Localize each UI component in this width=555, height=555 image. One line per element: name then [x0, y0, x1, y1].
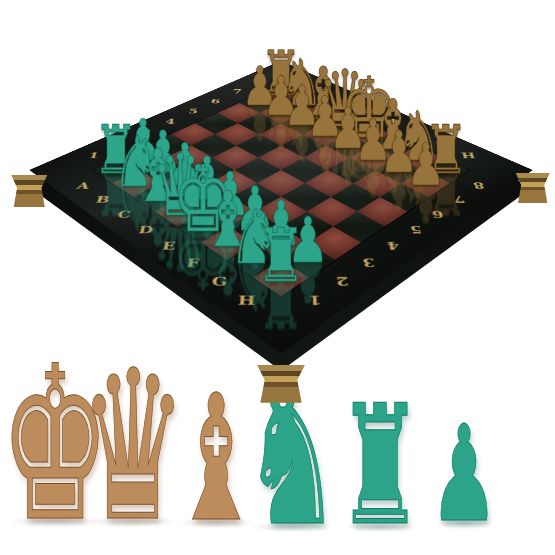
- rank-label: 1: [287, 286, 344, 314]
- board-foot: [257, 365, 305, 403]
- file-label: H: [224, 282, 267, 320]
- chess-board: ABCDEFGH ABCDEFGH 87654321 87654321: [29, 61, 532, 354]
- chess-set-photo: ABCDEFGH ABCDEFGH 87654321 87654321 ♜♜♞♞…: [0, 0, 555, 555]
- board-foot: [11, 175, 47, 207]
- board-foot: [516, 173, 550, 203]
- board-scene: ABCDEFGH ABCDEFGH 87654321 87654321 ♜♜♞♞…: [0, 0, 555, 345]
